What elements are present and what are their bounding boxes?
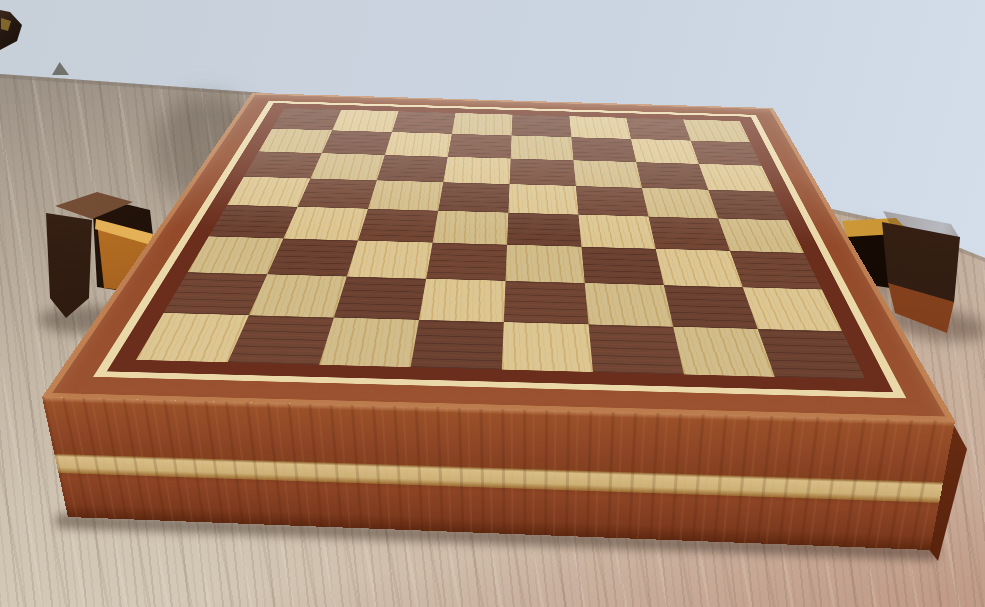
square-b3 [310, 153, 384, 180]
square-a5 [209, 205, 298, 239]
glare-overlay [42, 93, 955, 421]
square-h4 [708, 190, 788, 221]
square-a8 [136, 313, 249, 362]
inner-frame-ring [107, 103, 894, 392]
square-g5 [648, 217, 729, 251]
square-c6 [347, 241, 433, 279]
left-drawer-handle [0, 0, 985, 607]
square-h7 [743, 287, 842, 331]
square-f4 [576, 186, 649, 217]
photo-scene [0, 0, 985, 607]
square-d3 [443, 157, 510, 184]
right-drawer-front-panel [0, 0, 985, 607]
front-maple-stripe [54, 454, 943, 503]
square-b8 [228, 315, 334, 364]
square-d5 [433, 211, 509, 245]
square-d2 [448, 134, 512, 159]
square-f2 [571, 137, 636, 162]
maple-pinstripe-ring [93, 101, 906, 398]
square-f5 [578, 215, 655, 249]
square-b1 [332, 110, 398, 132]
shadow-behind-box [131, 72, 290, 233]
box-top-face [42, 93, 955, 421]
square-e3 [510, 159, 576, 186]
distant-object [52, 62, 69, 75]
square-e5 [507, 213, 581, 247]
square-b7 [249, 274, 347, 317]
square-e6 [506, 245, 585, 283]
square-e1 [512, 115, 572, 138]
table-wood-grain [0, 0, 985, 607]
right-drawer-handle [0, 0, 985, 607]
left-drawer-rim-highlight [0, 0, 985, 607]
square-h1 [683, 119, 750, 142]
right-drawer-rim-highlight [0, 0, 985, 607]
square-d7 [419, 279, 506, 322]
square-h3 [699, 164, 774, 192]
shadow-right-of-box [830, 228, 904, 310]
left-drawer-side-panel [0, 0, 985, 607]
square-e8 [502, 322, 593, 372]
square-f1 [569, 116, 631, 139]
square-g1 [626, 118, 690, 141]
square-b4 [298, 178, 377, 208]
square-g2 [631, 139, 699, 164]
square-b2 [322, 130, 392, 155]
square-h2 [691, 141, 762, 166]
square-g4 [642, 188, 718, 219]
square-c1 [392, 111, 456, 133]
right-drawer-cavity [0, 0, 985, 607]
square-a2 [259, 129, 332, 154]
square-h8 [758, 329, 866, 379]
square-c2 [385, 132, 452, 157]
square-a1 [272, 108, 341, 130]
square-g8 [673, 327, 775, 377]
square-d6 [426, 243, 507, 281]
square-a3 [244, 151, 322, 178]
square-e7 [504, 281, 589, 325]
square-a4 [227, 177, 310, 207]
front-face-grain [42, 397, 955, 550]
board-grid [136, 108, 865, 379]
square-f3 [573, 160, 642, 188]
background-object-corner [0, 8, 24, 52]
square-f8 [589, 324, 684, 374]
square-d1 [452, 113, 513, 136]
left-drawer-cavity [0, 0, 985, 607]
square-c5 [358, 209, 438, 243]
square-b6 [267, 238, 358, 276]
right-drawer-handle-top [0, 0, 985, 607]
square-e4 [508, 184, 578, 214]
table-surface [0, 0, 985, 607]
square-e2 [511, 135, 574, 160]
square-h6 [730, 251, 822, 290]
square-a6 [188, 236, 284, 274]
square-b5 [283, 207, 368, 241]
square-f6 [581, 247, 663, 285]
square-c4 [368, 180, 443, 210]
shadow-under-front-edge [55, 513, 939, 560]
square-g3 [636, 162, 708, 190]
shadow-under-left-drawer [38, 306, 133, 334]
square-d8 [411, 320, 504, 370]
square-g6 [656, 249, 743, 288]
square-c3 [377, 155, 448, 182]
square-g7 [664, 285, 758, 329]
table-back-edge [0, 0, 985, 607]
left-drawer-handle-top [0, 0, 985, 607]
wall [0, 0, 985, 607]
square-c7 [334, 277, 426, 320]
square-a7 [164, 272, 268, 315]
square-h5 [718, 218, 804, 252]
box-right-side-face [0, 0, 985, 607]
shadow-under-right-drawer [882, 301, 985, 347]
square-d4 [438, 182, 509, 212]
box-front-face [42, 397, 955, 550]
square-f7 [585, 283, 673, 327]
square-c8 [319, 318, 419, 368]
